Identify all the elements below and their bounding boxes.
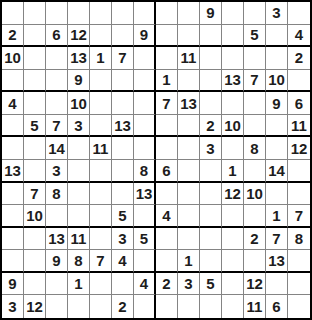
cell-r9-c1[interactable]	[2, 183, 24, 206]
cell-r7-c2[interactable]	[24, 137, 46, 160]
cell-r9-c8[interactable]	[156, 183, 178, 206]
cell-r5-c12[interactable]	[244, 92, 266, 115]
cell-r8-c4[interactable]	[68, 160, 90, 183]
cell-r8-c12[interactable]	[244, 160, 266, 183]
given-cell-r8-c11[interactable]: 1	[222, 160, 244, 183]
given-cell-r13-c1[interactable]: 9	[2, 273, 24, 296]
given-cell-r14-c13[interactable]: 6	[266, 295, 288, 318]
given-cell-r11-c6[interactable]: 3	[112, 228, 134, 251]
cell-r12-c14[interactable]	[288, 250, 310, 273]
given-cell-r9-c7[interactable]: 13	[134, 183, 156, 206]
given-cell-r2-c4[interactable]: 12	[68, 25, 90, 48]
given-cell-r10-c2[interactable]: 10	[24, 205, 46, 228]
given-cell-r12-c3[interactable]: 9	[46, 250, 68, 273]
cell-r11-c11[interactable]	[222, 228, 244, 251]
given-cell-r13-c4[interactable]: 1	[68, 273, 90, 296]
cell-r4-c3[interactable]	[46, 70, 68, 93]
given-cell-r5-c9[interactable]: 13	[178, 92, 200, 115]
cell-r9-c14[interactable]	[288, 183, 310, 206]
cell-r1-c14[interactable]	[288, 2, 310, 25]
cell-r2-c2[interactable]	[24, 25, 46, 48]
given-cell-r5-c4[interactable]: 10	[68, 92, 90, 115]
given-cell-r7-c10[interactable]: 3	[200, 137, 222, 160]
cell-r1-c2[interactable]	[24, 2, 46, 25]
cell-r1-c8[interactable]	[156, 2, 178, 25]
cell-r11-c5[interactable]	[90, 228, 112, 251]
cell-r4-c5[interactable]	[90, 70, 112, 93]
cell-r3-c7[interactable]	[134, 47, 156, 70]
given-cell-r11-c7[interactable]: 5	[134, 228, 156, 251]
cell-r5-c6[interactable]	[112, 92, 134, 115]
cell-r14-c11[interactable]	[222, 295, 244, 318]
cell-r10-c9[interactable]	[178, 205, 200, 228]
cell-r4-c2[interactable]	[24, 70, 46, 93]
cell-r9-c4[interactable]	[68, 183, 90, 206]
cell-r9-c5[interactable]	[90, 183, 112, 206]
cell-r7-c6[interactable]	[112, 137, 134, 160]
cell-r10-c5[interactable]	[90, 205, 112, 228]
given-cell-r11-c13[interactable]: 7	[266, 228, 288, 251]
cell-r10-c4[interactable]	[68, 205, 90, 228]
given-cell-r11-c3[interactable]: 13	[46, 228, 68, 251]
cell-r6-c9[interactable]	[178, 115, 200, 138]
given-cell-r1-c10[interactable]: 9	[200, 2, 222, 25]
cell-r14-c9[interactable]	[178, 295, 200, 318]
given-cell-r12-c4[interactable]: 8	[68, 250, 90, 273]
given-cell-r8-c8[interactable]: 6	[156, 160, 178, 183]
cell-r1-c4[interactable]	[68, 2, 90, 25]
cell-r10-c12[interactable]	[244, 205, 266, 228]
given-cell-r10-c14[interactable]: 7	[288, 205, 310, 228]
given-cell-r4-c4[interactable]: 9	[68, 70, 90, 93]
cell-r11-c1[interactable]	[2, 228, 24, 251]
cell-r1-c3[interactable]	[46, 2, 68, 25]
cell-r13-c2[interactable]	[24, 273, 46, 296]
cell-r6-c5[interactable]	[90, 115, 112, 138]
given-cell-r6-c11[interactable]: 10	[222, 115, 244, 138]
cell-r5-c5[interactable]	[90, 92, 112, 115]
given-cell-r7-c3[interactable]: 14	[46, 137, 68, 160]
given-cell-r10-c13[interactable]: 1	[266, 205, 288, 228]
cell-r8-c14[interactable]	[288, 160, 310, 183]
given-cell-r14-c6[interactable]: 2	[112, 295, 134, 318]
cell-r5-c7[interactable]	[134, 92, 156, 115]
cell-r7-c9[interactable]	[178, 137, 200, 160]
cell-r7-c4[interactable]	[68, 137, 90, 160]
cell-r5-c10[interactable]	[200, 92, 222, 115]
cell-r12-c7[interactable]	[134, 250, 156, 273]
cell-r13-c6[interactable]	[112, 273, 134, 296]
cell-r10-c7[interactable]	[134, 205, 156, 228]
cell-r3-c3[interactable]	[46, 47, 68, 70]
cell-r7-c11[interactable]	[222, 137, 244, 160]
cell-r10-c10[interactable]	[200, 205, 222, 228]
cell-r6-c7[interactable]	[134, 115, 156, 138]
cell-r4-c1[interactable]	[2, 70, 24, 93]
given-cell-r2-c1[interactable]: 2	[2, 25, 24, 48]
given-cell-r3-c6[interactable]: 7	[112, 47, 134, 70]
given-cell-r2-c12[interactable]: 5	[244, 25, 266, 48]
given-cell-r10-c8[interactable]: 4	[156, 205, 178, 228]
given-cell-r5-c14[interactable]: 6	[288, 92, 310, 115]
given-cell-r11-c4[interactable]: 11	[68, 228, 90, 251]
given-cell-r13-c7[interactable]: 4	[134, 273, 156, 296]
given-cell-r12-c5[interactable]: 7	[90, 250, 112, 273]
given-cell-r6-c14[interactable]: 11	[288, 115, 310, 138]
cell-r8-c2[interactable]	[24, 160, 46, 183]
cell-r12-c10[interactable]	[200, 250, 222, 273]
cell-r2-c10[interactable]	[200, 25, 222, 48]
given-cell-r14-c2[interactable]: 12	[24, 295, 46, 318]
cell-r12-c11[interactable]	[222, 250, 244, 273]
cell-r8-c6[interactable]	[112, 160, 134, 183]
given-cell-r6-c2[interactable]: 5	[24, 115, 46, 138]
cell-r14-c3[interactable]	[46, 295, 68, 318]
cell-r11-c8[interactable]	[156, 228, 178, 251]
cell-r5-c11[interactable]	[222, 92, 244, 115]
cell-r6-c8[interactable]	[156, 115, 178, 138]
cell-r3-c12[interactable]	[244, 47, 266, 70]
given-cell-r4-c13[interactable]: 10	[266, 70, 288, 93]
cell-r3-c2[interactable]	[24, 47, 46, 70]
given-cell-r13-c10[interactable]: 5	[200, 273, 222, 296]
cell-r3-c10[interactable]	[200, 47, 222, 70]
given-cell-r12-c13[interactable]: 13	[266, 250, 288, 273]
given-cell-r3-c5[interactable]: 1	[90, 47, 112, 70]
cell-r9-c9[interactable]	[178, 183, 200, 206]
cell-r1-c9[interactable]	[178, 2, 200, 25]
given-cell-r5-c1[interactable]: 4	[2, 92, 24, 115]
given-cell-r7-c14[interactable]: 12	[288, 137, 310, 160]
cell-r9-c13[interactable]	[266, 183, 288, 206]
given-cell-r8-c7[interactable]: 8	[134, 160, 156, 183]
given-cell-r4-c8[interactable]: 1	[156, 70, 178, 93]
cell-r14-c14[interactable]	[288, 295, 310, 318]
cell-r13-c5[interactable]	[90, 273, 112, 296]
given-cell-r2-c3[interactable]: 6	[46, 25, 68, 48]
cell-r14-c7[interactable]	[134, 295, 156, 318]
cell-r8-c10[interactable]	[200, 160, 222, 183]
cell-r11-c9[interactable]	[178, 228, 200, 251]
given-cell-r13-c12[interactable]: 12	[244, 273, 266, 296]
given-cell-r11-c14[interactable]: 8	[288, 228, 310, 251]
cell-r9-c10[interactable]	[200, 183, 222, 206]
cell-r4-c10[interactable]	[200, 70, 222, 93]
cell-r5-c2[interactable]	[24, 92, 46, 115]
given-cell-r3-c4[interactable]: 13	[68, 47, 90, 70]
given-cell-r3-c1[interactable]: 10	[2, 47, 24, 70]
cell-r1-c7[interactable]	[134, 2, 156, 25]
given-cell-r10-c6[interactable]: 5	[112, 205, 134, 228]
cell-r12-c1[interactable]	[2, 250, 24, 273]
cell-r1-c6[interactable]	[112, 2, 134, 25]
given-cell-r4-c12[interactable]: 7	[244, 70, 266, 93]
cell-r13-c13[interactable]	[266, 273, 288, 296]
given-cell-r7-c5[interactable]: 11	[90, 137, 112, 160]
cell-r2-c8[interactable]	[156, 25, 178, 48]
cell-r6-c1[interactable]	[2, 115, 24, 138]
cell-r13-c3[interactable]	[46, 273, 68, 296]
cell-r1-c1[interactable]	[2, 2, 24, 25]
cell-r1-c11[interactable]	[222, 2, 244, 25]
cell-r13-c11[interactable]	[222, 273, 244, 296]
given-cell-r3-c9[interactable]: 11	[178, 47, 200, 70]
given-cell-r2-c7[interactable]: 9	[134, 25, 156, 48]
given-cell-r12-c6[interactable]: 4	[112, 250, 134, 273]
given-cell-r14-c12[interactable]: 11	[244, 295, 266, 318]
cell-r2-c11[interactable]	[222, 25, 244, 48]
cell-r6-c13[interactable]	[266, 115, 288, 138]
cell-r12-c8[interactable]	[156, 250, 178, 273]
cell-r10-c3[interactable]	[46, 205, 68, 228]
cell-r7-c1[interactable]	[2, 137, 24, 160]
cell-r14-c5[interactable]	[90, 295, 112, 318]
given-cell-r6-c3[interactable]: 7	[46, 115, 68, 138]
cell-r1-c12[interactable]	[244, 2, 266, 25]
given-cell-r5-c13[interactable]: 9	[266, 92, 288, 115]
cell-r2-c9[interactable]	[178, 25, 200, 48]
cell-r6-c12[interactable]	[244, 115, 266, 138]
given-cell-r1-c13[interactable]: 3	[266, 2, 288, 25]
given-cell-r9-c2[interactable]: 7	[24, 183, 46, 206]
cell-r7-c7[interactable]	[134, 137, 156, 160]
given-cell-r7-c12[interactable]: 8	[244, 137, 266, 160]
given-cell-r6-c10[interactable]: 2	[200, 115, 222, 138]
given-cell-r4-c11[interactable]: 13	[222, 70, 244, 93]
cell-r8-c5[interactable]	[90, 160, 112, 183]
given-cell-r3-c14[interactable]: 2	[288, 47, 310, 70]
given-cell-r5-c8[interactable]: 7	[156, 92, 178, 115]
given-cell-r9-c3[interactable]: 8	[46, 183, 68, 206]
cell-r3-c11[interactable]	[222, 47, 244, 70]
cell-r11-c10[interactable]	[200, 228, 222, 251]
given-cell-r6-c4[interactable]: 3	[68, 115, 90, 138]
given-cell-r8-c13[interactable]: 14	[266, 160, 288, 183]
cell-r4-c9[interactable]	[178, 70, 200, 93]
cell-r3-c13[interactable]	[266, 47, 288, 70]
cell-r14-c10[interactable]	[200, 295, 222, 318]
given-cell-r13-c8[interactable]: 2	[156, 273, 178, 296]
given-cell-r2-c14[interactable]: 4	[288, 25, 310, 48]
cell-r2-c13[interactable]	[266, 25, 288, 48]
cell-r7-c8[interactable]	[156, 137, 178, 160]
cell-r14-c4[interactable]	[68, 295, 90, 318]
cell-r10-c11[interactable]	[222, 205, 244, 228]
cell-r8-c9[interactable]	[178, 160, 200, 183]
given-cell-r9-c11[interactable]: 12	[222, 183, 244, 206]
cell-r14-c8[interactable]	[156, 295, 178, 318]
given-cell-r9-c12[interactable]: 10	[244, 183, 266, 206]
given-cell-r12-c9[interactable]: 1	[178, 250, 200, 273]
given-cell-r6-c6[interactable]: 13	[112, 115, 134, 138]
cell-r11-c2[interactable]	[24, 228, 46, 251]
sudoku-board: 9326129541013171129113710410713965731321…	[0, 0, 312, 320]
cell-r3-c8[interactable]	[156, 47, 178, 70]
cell-r5-c3[interactable]	[46, 92, 68, 115]
cell-r12-c12[interactable]	[244, 250, 266, 273]
cell-r4-c7[interactable]	[134, 70, 156, 93]
given-cell-r8-c3[interactable]: 3	[46, 160, 68, 183]
given-cell-r13-c9[interactable]: 3	[178, 273, 200, 296]
cell-r7-c13[interactable]	[266, 137, 288, 160]
given-cell-r14-c1[interactable]: 3	[2, 295, 24, 318]
cell-r2-c5[interactable]	[90, 25, 112, 48]
cell-r10-c1[interactable]	[2, 205, 24, 228]
cell-r4-c14[interactable]	[288, 70, 310, 93]
cell-r2-c6[interactable]	[112, 25, 134, 48]
cell-r13-c14[interactable]	[288, 273, 310, 296]
cell-r1-c5[interactable]	[90, 2, 112, 25]
given-cell-r11-c12[interactable]: 2	[244, 228, 266, 251]
cell-r4-c6[interactable]	[112, 70, 134, 93]
cell-r12-c2[interactable]	[24, 250, 46, 273]
cell-r9-c6[interactable]	[112, 183, 134, 206]
given-cell-r8-c1[interactable]: 13	[2, 160, 24, 183]
